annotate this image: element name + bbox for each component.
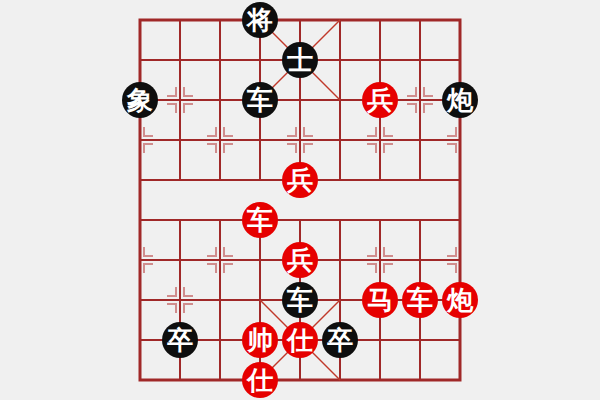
piece-red-advisor[interactable]: 仕 [282,322,318,358]
piece-red-chariot[interactable]: 车 [242,202,278,238]
piece-red-chariot[interactable]: 车 [402,282,438,318]
piece-red-advisor[interactable]: 仕 [242,362,278,398]
piece-black-soldier[interactable]: 卒 [162,322,198,358]
piece-black-advisor[interactable]: 士 [282,42,318,78]
piece-red-soldier[interactable]: 兵 [362,82,398,118]
pieces-layer: 将士象车兵炮兵车兵车马车炮卒帅仕卒仕 [120,0,480,400]
piece-black-chariot[interactable]: 车 [242,82,278,118]
piece-black-elephant[interactable]: 象 [122,82,158,118]
piece-black-chariot[interactable]: 车 [282,282,318,318]
piece-red-soldier[interactable]: 兵 [282,242,318,278]
piece-red-general[interactable]: 帅 [242,322,278,358]
piece-red-cannon[interactable]: 炮 [442,282,478,318]
piece-black-cannon[interactable]: 炮 [442,82,478,118]
piece-red-horse[interactable]: 马 [362,282,398,318]
piece-red-soldier[interactable]: 兵 [282,162,318,198]
piece-black-soldier[interactable]: 卒 [322,322,358,358]
xiangqi-diagram: 将士象车兵炮兵车兵车马车炮卒帅仕卒仕 [0,0,600,400]
piece-black-general[interactable]: 将 [242,2,278,38]
